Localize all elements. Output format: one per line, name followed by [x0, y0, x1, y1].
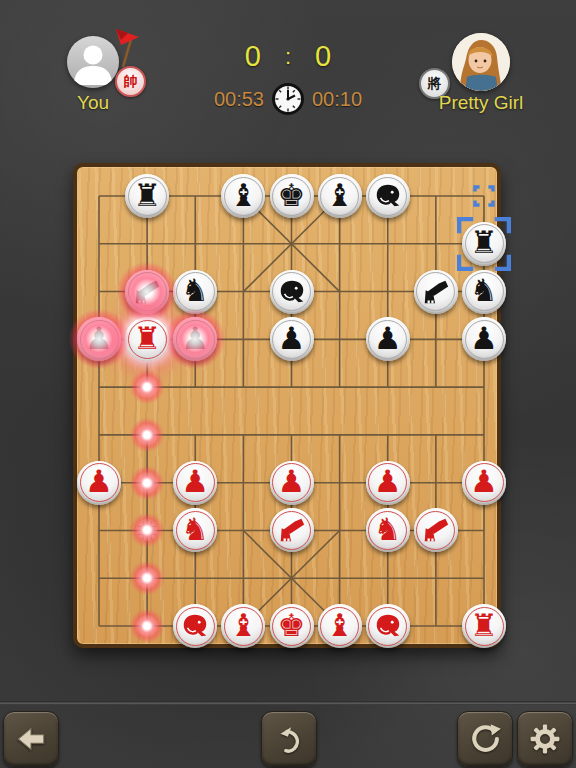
- chariot-glyph: ♜: [470, 227, 498, 258]
- toolbar-ridge: [0, 701, 576, 705]
- horse-glyph: ♞: [470, 275, 498, 306]
- piece-black-pawn[interactable]: ♟: [270, 317, 314, 361]
- legal-move-dot[interactable]: [129, 417, 165, 453]
- score: 0 : 0: [188, 40, 388, 73]
- piece-red-cannon[interactable]: [270, 508, 314, 552]
- piece-red-elephant[interactable]: [173, 604, 217, 648]
- pawn-glyph: ♟: [470, 466, 498, 497]
- piece-black-cannon[interactable]: [414, 270, 458, 314]
- piece-black-pawn[interactable]: ♟: [77, 317, 121, 361]
- undo-button[interactable]: [261, 711, 317, 767]
- girl-avatar-image: [452, 33, 510, 91]
- score-separator: :: [285, 44, 291, 70]
- horse-glyph: ♞: [181, 514, 209, 545]
- piece-red-advisor[interactable]: ♝: [318, 604, 362, 648]
- pawn-glyph: ♟: [85, 466, 113, 497]
- king-glyph: ♚: [278, 180, 306, 211]
- pawn-glyph: ♟: [181, 466, 209, 497]
- settings-button[interactable]: [517, 711, 573, 767]
- you-timer: 00:53: [214, 88, 264, 111]
- piece-black-chariot[interactable]: ♜: [125, 174, 169, 218]
- pawn-glyph: ♟: [470, 323, 498, 354]
- piece-red-elephant[interactable]: [366, 604, 410, 648]
- score-right: 0: [315, 40, 331, 73]
- piece-black-elephant[interactable]: [270, 270, 314, 314]
- score-left: 0: [245, 40, 261, 73]
- opponent-name: Pretty Girl: [401, 92, 561, 114]
- piece-red-pawn[interactable]: ♟: [366, 461, 410, 505]
- pawn-glyph: ♟: [278, 323, 306, 354]
- pawn-glyph: ♟: [374, 466, 402, 497]
- legal-move-dot[interactable]: [129, 608, 165, 644]
- undo-icon: [273, 723, 305, 755]
- piece-black-pawn[interactable]: ♟: [462, 317, 506, 361]
- piece-red-pawn[interactable]: ♟: [173, 461, 217, 505]
- king-glyph: ♚: [278, 610, 306, 641]
- piece-red-chariot[interactable]: ♜: [462, 604, 506, 648]
- pawn-glyph: ♟: [181, 323, 209, 354]
- opponent-timer: 00:10: [312, 88, 362, 111]
- clock-icon: [271, 82, 305, 116]
- horse-glyph: ♞: [181, 275, 209, 306]
- piece-black-pawn[interactable]: ♟: [366, 317, 410, 361]
- piece-black-horse[interactable]: ♞: [462, 270, 506, 314]
- xiangqi-board[interactable]: ♜♝♚♝♜♞♞♟♜♟♟♟♟♟♟♟♟♟♞♞♝♚♝♜: [73, 163, 501, 648]
- legal-move-dot[interactable]: [129, 465, 165, 501]
- pawn-glyph: ♟: [374, 323, 402, 354]
- advisor-glyph: ♝: [229, 610, 257, 641]
- advisor-glyph: ♝: [326, 610, 354, 641]
- timers: 00:53 00:10: [188, 82, 388, 116]
- arrow-left-icon: [15, 723, 47, 755]
- piece-black-cannon[interactable]: [125, 270, 169, 314]
- piece-red-pawn[interactable]: ♟: [462, 461, 506, 505]
- gear-icon: [529, 723, 561, 755]
- piece-black-elephant[interactable]: [366, 174, 410, 218]
- piece-black-horse[interactable]: ♞: [173, 270, 217, 314]
- score-box: 0 : 0 00:53: [188, 40, 388, 116]
- piece-black-chariot[interactable]: ♜: [462, 222, 506, 266]
- pawn-glyph: ♟: [85, 323, 113, 354]
- piece-red-pawn[interactable]: ♟: [270, 461, 314, 505]
- back-button[interactable]: [3, 711, 59, 767]
- refresh-icon: [468, 722, 502, 756]
- opponent-avatar: [452, 33, 510, 91]
- horse-glyph: ♞: [374, 514, 402, 545]
- top-bar: 帥 You 0 : 0 00:53: [0, 0, 576, 130]
- piece-red-king[interactable]: ♚: [270, 604, 314, 648]
- advisor-glyph: ♝: [229, 180, 257, 211]
- chariot-glyph: ♜: [133, 180, 161, 211]
- turn-flag-icon: [112, 27, 142, 69]
- legal-move-dot[interactable]: [129, 369, 165, 405]
- piece-black-king[interactable]: ♚: [270, 174, 314, 218]
- restart-button[interactable]: [457, 711, 513, 767]
- chariot-glyph: ♜: [133, 323, 161, 354]
- app-screen: 帥 You 0 : 0 00:53: [0, 0, 576, 768]
- you-name: You: [43, 92, 143, 114]
- advisor-glyph: ♝: [326, 180, 354, 211]
- chariot-glyph: ♜: [470, 610, 498, 641]
- piece-black-advisor[interactable]: ♝: [318, 174, 362, 218]
- piece-red-horse[interactable]: ♞: [366, 508, 410, 552]
- pawn-glyph: ♟: [278, 466, 306, 497]
- piece-red-pawn[interactable]: ♟: [77, 461, 121, 505]
